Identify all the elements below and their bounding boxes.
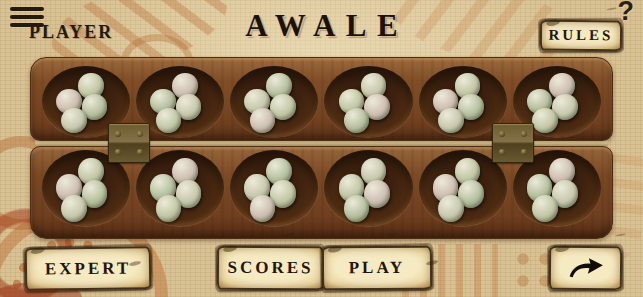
scores-button[interactable]: SCORES: [217, 246, 324, 291]
seed: [532, 108, 558, 134]
rules-button-label: RULES: [548, 27, 613, 45]
seed: [61, 195, 87, 222]
next-button[interactable]: [549, 246, 622, 291]
seed: [344, 195, 370, 222]
play-button-label: PLAY: [349, 258, 406, 278]
player-button[interactable]: PLAYER: [29, 22, 113, 43]
seed: [438, 108, 464, 134]
brass-hinge: [108, 123, 150, 163]
play-button[interactable]: PLAY: [322, 246, 432, 291]
awale-app-screen: PLAYER AWALE ? RULES EXPERT SCORES PLAY: [0, 0, 643, 297]
seed: [250, 195, 276, 222]
expert-button-label: EXPERT: [45, 258, 132, 279]
pit-r2c3[interactable]: [230, 150, 318, 226]
seed: [532, 195, 558, 222]
pit-r1c4[interactable]: [324, 66, 412, 137]
seed: [61, 108, 87, 134]
seed: [250, 108, 276, 134]
menu-bar: [10, 15, 44, 19]
seed: [344, 108, 370, 134]
brass-hinge: [492, 123, 534, 163]
seed: [156, 195, 182, 222]
seed: [156, 108, 182, 134]
expert-button[interactable]: EXPERT: [25, 246, 152, 291]
curved-right-arrow-icon: [565, 256, 605, 280]
menu-bar: [10, 7, 44, 11]
awale-board: [30, 57, 613, 239]
page-title: AWALE: [235, 8, 409, 44]
scores-button-label: SCORES: [227, 258, 313, 279]
pit-r1c3[interactable]: [230, 66, 318, 137]
rules-button[interactable]: RULES: [540, 20, 622, 52]
seed: [438, 195, 464, 222]
pit-r2c4[interactable]: [324, 150, 412, 226]
